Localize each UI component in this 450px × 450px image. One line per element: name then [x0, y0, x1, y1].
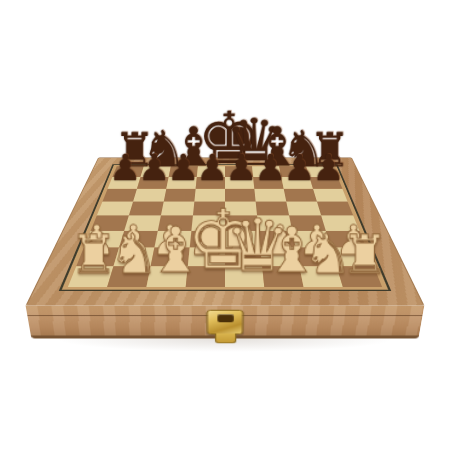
square-g5	[286, 202, 321, 216]
square-h3	[326, 231, 366, 248]
latch-slot	[217, 314, 234, 322]
square-e2: ♟	[225, 248, 262, 267]
square-b6	[133, 189, 166, 202]
piece-black-king-d8: ♚	[197, 103, 225, 174]
chess-box: ♜♞♝♚♛♝♞♜♟♟♟♟♟♟♟♟♟♟♟♟♟♟♟♟♜♞♝♚♛♝♞♜	[26, 157, 425, 305]
square-a8: ♜	[112, 166, 143, 177]
square-d1: ♚	[186, 266, 225, 287]
square-b2: ♟	[113, 248, 154, 267]
square-e3	[225, 231, 260, 248]
square-c5	[161, 202, 194, 216]
square-g4	[289, 215, 326, 230]
piece-white-bishop-c1: ♝	[148, 219, 187, 282]
product-photo: ♜♞♝♚♛♝♞♜♟♟♟♟♟♟♟♟♟♟♟♟♟♟♟♟♜♞♝♚♛♝♞♜	[0, 0, 450, 450]
square-e8: ♛	[225, 166, 253, 177]
square-c8: ♝	[169, 166, 198, 177]
square-h2: ♟	[331, 248, 374, 267]
square-g7: ♟	[281, 177, 313, 189]
square-g8: ♞	[279, 166, 309, 177]
square-a2: ♟	[76, 248, 119, 267]
square-g1: ♞	[299, 266, 342, 287]
piece-black-knight-g8: ♞	[281, 124, 309, 175]
square-h4	[321, 215, 359, 230]
square-f3	[259, 231, 296, 248]
square-f7: ♟	[253, 177, 284, 189]
square-e7: ♟	[225, 177, 254, 189]
latch-tab	[214, 333, 235, 343]
piece-black-bishop-f8: ♝	[253, 120, 281, 174]
square-g2: ♟	[296, 248, 337, 267]
piece-black-knight-b8: ♞	[141, 124, 169, 175]
square-h6	[313, 189, 348, 202]
square-f1: ♝	[262, 266, 303, 287]
square-g6	[284, 189, 317, 202]
square-h1: ♜	[337, 266, 383, 287]
square-d5	[193, 202, 225, 216]
square-b3	[119, 231, 158, 248]
square-e6	[225, 189, 256, 202]
square-c3	[154, 231, 191, 248]
square-g3	[292, 231, 331, 248]
piece-white-bishop-f1: ♝	[264, 219, 303, 282]
square-e4	[225, 215, 259, 230]
piece-black-rook-h8: ♜	[309, 127, 337, 174]
square-d2: ♟	[188, 248, 225, 267]
square-e5	[225, 202, 257, 216]
square-f5	[256, 202, 289, 216]
piece-black-queen-e8: ♛	[225, 110, 253, 174]
chess-board-grid: ♜♞♝♚♛♝♞♜♟♟♟♟♟♟♟♟♟♟♟♟♟♟♟♟♜♞♝♚♛♝♞♜	[68, 166, 382, 287]
square-a6	[102, 189, 137, 202]
square-c7: ♟	[166, 177, 197, 189]
square-b5	[129, 202, 164, 216]
piece-black-rook-a8: ♜	[114, 127, 142, 174]
square-f6	[254, 189, 286, 202]
square-h5	[317, 202, 353, 216]
square-c1: ♝	[146, 266, 187, 287]
board-top: ♜♞♝♚♛♝♞♜♟♟♟♟♟♟♟♟♟♟♟♟♟♟♟♟♜♞♝♚♛♝♞♜	[26, 157, 425, 305]
brass-latch	[206, 310, 243, 335]
square-f8: ♝	[252, 166, 281, 177]
square-a7: ♟	[108, 177, 141, 189]
square-f2: ♟	[260, 248, 299, 267]
square-d7: ♟	[196, 177, 225, 189]
square-h8: ♜	[306, 166, 337, 177]
square-b4	[124, 215, 161, 230]
square-d4	[191, 215, 225, 230]
square-a4	[91, 215, 129, 230]
square-a1: ♜	[68, 266, 114, 287]
square-a5	[97, 202, 133, 216]
square-d8: ♚	[197, 166, 225, 177]
square-e1: ♛	[225, 266, 264, 287]
square-c2: ♟	[151, 248, 190, 267]
square-h7: ♟	[309, 177, 342, 189]
board-border: ♜♞♝♚♛♝♞♜♟♟♟♟♟♟♟♟♟♟♟♟♟♟♟♟♜♞♝♚♛♝♞♜	[59, 164, 392, 291]
piece-black-bishop-c8: ♝	[169, 120, 197, 174]
square-d6	[194, 189, 225, 202]
square-d3	[190, 231, 225, 248]
square-f4	[257, 215, 292, 230]
square-c6	[164, 189, 196, 202]
square-b1: ♞	[107, 266, 150, 287]
box-front	[26, 306, 425, 339]
square-b8: ♞	[141, 166, 171, 177]
square-b7: ♟	[137, 177, 169, 189]
square-c4	[158, 215, 193, 230]
square-a3	[84, 231, 124, 248]
